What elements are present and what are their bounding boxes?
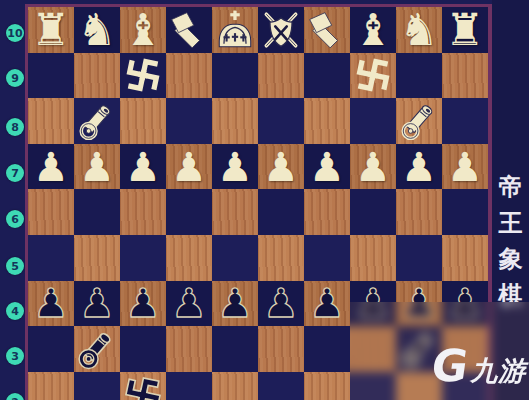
square-i5[interactable] — [396, 235, 442, 281]
piece-white-windmill-h9[interactable] — [350, 53, 396, 99]
piece-white-pawn-i7[interactable]: ♟ — [396, 144, 442, 190]
piece-white-knight-b10[interactable]: ♞ — [74, 7, 120, 53]
piece-white-bishop-c10[interactable]: ♝ — [120, 7, 166, 53]
square-a3[interactable] — [28, 326, 74, 372]
windmill-piece-icon — [352, 54, 394, 96]
square-g5[interactable] — [304, 235, 350, 281]
square-g2[interactable] — [304, 372, 350, 400]
board-frame-left — [25, 4, 28, 400]
rank-label-10: 10 — [6, 24, 24, 42]
rank-label-9: 9 — [6, 69, 24, 87]
square-c3[interactable] — [120, 326, 166, 372]
piece-black-pawn-d4[interactable]: ♟ — [166, 281, 212, 327]
square-d9[interactable] — [166, 53, 212, 99]
square-e5[interactable] — [212, 235, 258, 281]
piece-white-king-e10[interactable] — [212, 7, 258, 53]
rank-label-7: 7 — [6, 164, 24, 182]
square-d2[interactable] — [166, 372, 212, 400]
square-f8[interactable] — [258, 98, 304, 144]
piece-black-cannon-b3[interactable] — [74, 326, 120, 372]
piece-white-pawn-d7[interactable]: ♟ — [166, 144, 212, 190]
piece-white-rook-a10[interactable]: ♜ — [28, 7, 74, 53]
rank-label-2: 2 — [6, 393, 24, 400]
cannon-piece-icon — [76, 100, 118, 142]
piece-white-rook-j10[interactable]: ♜ — [442, 7, 488, 53]
piece-white-pawn-h7[interactable]: ♟ — [350, 144, 396, 190]
square-f9[interactable] — [258, 53, 304, 99]
square-e8[interactable] — [212, 98, 258, 144]
board-title-char-2: 王 — [492, 207, 529, 239]
square-c5[interactable] — [120, 235, 166, 281]
square-e3[interactable] — [212, 326, 258, 372]
cannon-piece-icon — [398, 100, 440, 142]
piece-white-pawn-f7[interactable]: ♟ — [258, 144, 304, 190]
square-d3[interactable] — [166, 326, 212, 372]
board-title-char-3: 象 — [492, 243, 529, 275]
square-g9[interactable] — [304, 53, 350, 99]
rank-label-3: 3 — [6, 347, 24, 365]
piece-black-pawn-c4[interactable]: ♟ — [120, 281, 166, 327]
watermark-9game: G 九游 — [432, 346, 526, 386]
piece-white-windmill-c9[interactable] — [120, 53, 166, 99]
square-i9[interactable] — [396, 53, 442, 99]
piece-black-windmill-c2[interactable] — [120, 372, 166, 400]
square-f5[interactable] — [258, 235, 304, 281]
piece-black-pawn-b4[interactable]: ♟ — [74, 281, 120, 327]
piece-white-pawn-j7[interactable]: ♟ — [442, 144, 488, 190]
piece-white-pawn-e7[interactable]: ♟ — [212, 144, 258, 190]
piece-black-pawn-f4[interactable]: ♟ — [258, 281, 304, 327]
piece-white-axe-d10[interactable] — [166, 7, 212, 53]
square-h5[interactable] — [350, 235, 396, 281]
square-g3[interactable] — [304, 326, 350, 372]
piece-white-shield-f10[interactable] — [258, 7, 304, 53]
rank-label-8: 8 — [6, 118, 24, 136]
square-b5[interactable] — [74, 235, 120, 281]
piece-white-pawn-b7[interactable]: ♟ — [74, 144, 120, 190]
square-h8[interactable] — [350, 98, 396, 144]
piece-white-pawn-g7[interactable]: ♟ — [304, 144, 350, 190]
square-f3[interactable] — [258, 326, 304, 372]
piece-white-knight-i10[interactable]: ♞ — [396, 7, 442, 53]
piece-black-pawn-a4[interactable]: ♟ — [28, 281, 74, 327]
rank-label-6: 6 — [6, 210, 24, 228]
square-b6[interactable] — [74, 189, 120, 235]
windmill-piece-icon — [122, 374, 164, 400]
board-title-char-1: 帝 — [492, 171, 529, 203]
square-b9[interactable] — [74, 53, 120, 99]
square-d5[interactable] — [166, 235, 212, 281]
square-c8[interactable] — [120, 98, 166, 144]
axe-piece-icon — [168, 9, 210, 51]
square-g6[interactable] — [304, 189, 350, 235]
axe-piece-icon — [306, 9, 348, 51]
square-e9[interactable] — [212, 53, 258, 99]
square-j6[interactable] — [442, 189, 488, 235]
piece-white-cannon-i8[interactable] — [396, 98, 442, 144]
windmill-piece-icon — [122, 54, 164, 96]
square-b2[interactable] — [74, 372, 120, 400]
square-e6[interactable] — [212, 189, 258, 235]
piece-white-axe-g10[interactable] — [304, 7, 350, 53]
shield-piece-icon — [260, 9, 302, 51]
square-j8[interactable] — [442, 98, 488, 144]
square-a5[interactable] — [28, 235, 74, 281]
square-f2[interactable] — [258, 372, 304, 400]
piece-white-pawn-c7[interactable]: ♟ — [120, 144, 166, 190]
9game-logo-icon: G — [429, 346, 471, 386]
square-a9[interactable] — [28, 53, 74, 99]
rank-label-5: 5 — [6, 257, 24, 275]
emperor-chess-screen: ♜♞♝♝♞♜♟♟♟♟♟♟♟♟♟♟♟♟♟♟♟♟♟♟♟♟ 1098765432 帝 … — [0, 0, 529, 400]
square-i6[interactable] — [396, 189, 442, 235]
piece-white-bishop-h10[interactable]: ♝ — [350, 7, 396, 53]
rank-label-4: 4 — [6, 302, 24, 320]
square-d6[interactable] — [166, 189, 212, 235]
board-frame-top — [25, 4, 492, 7]
square-a8[interactable] — [28, 98, 74, 144]
square-a2[interactable] — [28, 372, 74, 400]
watermark-text: 九游 — [470, 357, 526, 384]
square-e2[interactable] — [212, 372, 258, 400]
square-j9[interactable] — [442, 53, 488, 99]
square-f6[interactable] — [258, 189, 304, 235]
piece-black-pawn-e4[interactable]: ♟ — [212, 281, 258, 327]
square-c6[interactable] — [120, 189, 166, 235]
square-h6[interactable] — [350, 189, 396, 235]
square-a6[interactable] — [28, 189, 74, 235]
square-g8[interactable] — [304, 98, 350, 144]
piece-black-pawn-g4[interactable]: ♟ — [304, 281, 350, 327]
square-j5[interactable] — [442, 235, 488, 281]
square-d8[interactable] — [166, 98, 212, 144]
piece-white-pawn-a7[interactable]: ♟ — [28, 144, 74, 190]
piece-white-cannon-b8[interactable] — [74, 98, 120, 144]
king-piece-icon — [214, 9, 256, 51]
cannon-piece-icon — [76, 328, 118, 370]
